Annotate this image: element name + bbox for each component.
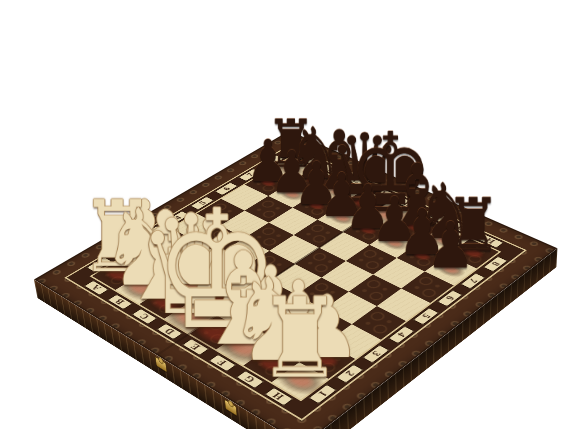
coordinate-label: D (376, 189, 388, 196)
rank-label-east-6: 6 (430, 285, 470, 311)
square-g6[interactable] (373, 258, 425, 289)
coordinate-label: G (242, 374, 257, 384)
rank-label-east-3: 3 (355, 340, 397, 368)
coordinate-label: 7 (467, 277, 479, 284)
coordinate-label: C (351, 177, 363, 184)
coordinate-label: 8 (490, 260, 502, 267)
coordinate-plaque: 5 (413, 307, 440, 325)
coordinate-label: A (302, 156, 314, 162)
coordinate-label: H (271, 391, 286, 401)
coordinate-label: 4 (395, 331, 408, 338)
rank-label-east-5: 5 (406, 303, 447, 330)
coordinate-label: 6 (444, 295, 456, 302)
coordinate-plaque: 6 (437, 290, 463, 307)
piece-white-rook-h1[interactable]: ♜ (258, 283, 342, 393)
chess-scene: AA88BB77CC66DD55EE44FF33GG22HH11 ♜♞♝♛♚♝♞… (0, 0, 573, 429)
piece-black-pawn-h7[interactable]: ♟ (426, 214, 475, 278)
coordinate-plaque: 7 (460, 272, 486, 288)
chess-board: AA88BB77CC66DD55EE44FF33GG22HH11 ♜♞♝♛♚♝♞… (34, 131, 557, 429)
square-h6[interactable] (401, 271, 454, 302)
rank-label-east-4: 4 (381, 321, 422, 348)
coordinate-label: 3 (370, 350, 383, 358)
coordinate-plaque: 4 (388, 326, 415, 344)
square-h5[interactable] (377, 289, 430, 322)
coordinate-label: 5 (420, 312, 433, 319)
coordinate-label: 8 (268, 159, 278, 164)
product-photo-stage: AA88BB77CC66DD55EE44FF33GG22HH11 ♜♞♝♛♚♝♞… (0, 0, 573, 429)
coordinate-plaque: 3 (362, 344, 390, 363)
coordinate-label: 2 (344, 369, 357, 377)
coordinate-label: B (326, 167, 337, 173)
